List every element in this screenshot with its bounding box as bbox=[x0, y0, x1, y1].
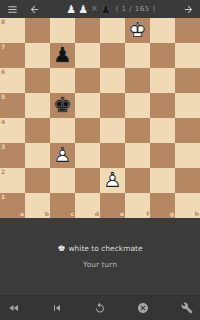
chess-board: 8♚♔7♟65♚43♟♙2♟♙1abcdefgh bbox=[0, 18, 200, 218]
square-c2[interactable] bbox=[50, 168, 75, 193]
white-pawn-icon: ♟ bbox=[66, 4, 76, 15]
square-d5[interactable] bbox=[75, 93, 100, 118]
square-e5[interactable] bbox=[100, 93, 125, 118]
file-label-d: d bbox=[95, 211, 99, 217]
square-a3[interactable]: 3 bbox=[0, 143, 25, 168]
wrench-icon bbox=[181, 302, 193, 314]
square-f7[interactable] bbox=[125, 43, 150, 68]
square-h8[interactable] bbox=[175, 18, 200, 43]
square-d7[interactable] bbox=[75, 43, 100, 68]
white-pawn[interactable]: ♟♙ bbox=[100, 168, 125, 193]
square-e1[interactable]: e bbox=[100, 193, 125, 218]
rank-label-7: 7 bbox=[1, 44, 5, 50]
square-h6[interactable] bbox=[175, 68, 200, 93]
square-c5[interactable]: ♚ bbox=[50, 93, 75, 118]
square-d6[interactable] bbox=[75, 68, 100, 93]
square-b2[interactable] bbox=[25, 168, 50, 193]
square-a1[interactable]: 1a bbox=[0, 193, 25, 218]
square-f3[interactable] bbox=[125, 143, 150, 168]
square-d4[interactable] bbox=[75, 118, 100, 143]
square-c8[interactable] bbox=[50, 18, 75, 43]
square-g2[interactable] bbox=[150, 168, 175, 193]
rank-label-8: 8 bbox=[1, 19, 5, 25]
square-f1[interactable]: f bbox=[125, 193, 150, 218]
black-king-glyph: ♚ bbox=[50, 93, 75, 118]
square-g6[interactable] bbox=[150, 68, 175, 93]
white-pawn-icon: ♟ bbox=[78, 4, 88, 15]
fast-rewind-button[interactable] bbox=[7, 302, 20, 315]
fast-rewind-icon bbox=[8, 302, 20, 314]
rank-label-1: 1 bbox=[1, 194, 5, 200]
rank-label-5: 5 bbox=[1, 94, 5, 100]
white-pawn-outline: ♙ bbox=[100, 168, 125, 193]
black-king[interactable]: ♚ bbox=[50, 93, 75, 118]
square-h3[interactable] bbox=[175, 143, 200, 168]
forward-button[interactable] bbox=[181, 2, 195, 16]
hamburger-menu-icon bbox=[7, 4, 18, 15]
square-g4[interactable] bbox=[150, 118, 175, 143]
square-d1[interactable]: d bbox=[75, 193, 100, 218]
file-label-e: e bbox=[120, 211, 124, 217]
square-c3[interactable]: ♟♙ bbox=[50, 143, 75, 168]
square-h2[interactable] bbox=[175, 168, 200, 193]
black-pawn[interactable]: ♟ bbox=[50, 43, 75, 68]
square-b8[interactable] bbox=[25, 18, 50, 43]
square-f6[interactable] bbox=[125, 68, 150, 93]
square-b1[interactable]: b bbox=[25, 193, 50, 218]
square-e6[interactable] bbox=[100, 68, 125, 93]
square-e2[interactable]: ♟♙ bbox=[100, 168, 125, 193]
file-label-h: h bbox=[195, 211, 199, 217]
square-d3[interactable] bbox=[75, 143, 100, 168]
white-king[interactable]: ♚♔ bbox=[125, 18, 150, 43]
arrow-left-icon bbox=[29, 4, 40, 15]
arrow-right-icon bbox=[183, 4, 194, 15]
square-d2[interactable] bbox=[75, 168, 100, 193]
square-g5[interactable] bbox=[150, 93, 175, 118]
white-pawn-outline: ♙ bbox=[50, 143, 75, 168]
square-g3[interactable] bbox=[150, 143, 175, 168]
square-g8[interactable] bbox=[150, 18, 175, 43]
square-a7[interactable]: 7 bbox=[0, 43, 25, 68]
menu-button[interactable] bbox=[5, 2, 19, 16]
square-h5[interactable] bbox=[175, 93, 200, 118]
square-b4[interactable] bbox=[25, 118, 50, 143]
square-h4[interactable] bbox=[175, 118, 200, 143]
restart-button[interactable] bbox=[94, 302, 107, 315]
file-label-g: g bbox=[170, 211, 174, 217]
close-button[interactable] bbox=[137, 302, 150, 315]
file-label-c: c bbox=[70, 211, 74, 217]
square-b3[interactable] bbox=[25, 143, 50, 168]
square-a8[interactable]: 8 bbox=[0, 18, 25, 43]
puzzle-indicator: ♟ ♟ × ♟ ( 1 / 165 ) bbox=[41, 4, 181, 15]
square-g7[interactable] bbox=[150, 43, 175, 68]
square-h1[interactable]: h bbox=[175, 193, 200, 218]
square-e8[interactable] bbox=[100, 18, 125, 43]
turn-indicator: Your turn bbox=[83, 260, 117, 269]
black-pawn-glyph: ♟ bbox=[50, 43, 75, 68]
skip-previous-button[interactable] bbox=[50, 302, 63, 315]
rank-label-3: 3 bbox=[1, 144, 5, 150]
file-label-f: f bbox=[146, 211, 149, 217]
square-c1[interactable]: c bbox=[50, 193, 75, 218]
objective-text: white to checkmate bbox=[68, 244, 142, 253]
white-king-icon: ♚ bbox=[57, 244, 65, 253]
rank-label-6: 6 bbox=[1, 69, 5, 75]
black-pawn-icon: ♟ bbox=[101, 4, 111, 15]
square-a4[interactable]: 4 bbox=[0, 118, 25, 143]
square-c6[interactable] bbox=[50, 68, 75, 93]
square-e3[interactable] bbox=[100, 143, 125, 168]
file-label-a: a bbox=[20, 211, 24, 217]
square-b6[interactable] bbox=[25, 68, 50, 93]
rank-label-4: 4 bbox=[1, 119, 5, 125]
square-b7[interactable] bbox=[25, 43, 50, 68]
rank-label-2: 2 bbox=[1, 169, 5, 175]
back-button[interactable] bbox=[27, 2, 41, 16]
square-h7[interactable] bbox=[175, 43, 200, 68]
square-a5[interactable]: 5 bbox=[0, 93, 25, 118]
skip-previous-icon bbox=[51, 302, 63, 314]
square-f8[interactable]: ♚♔ bbox=[125, 18, 150, 43]
square-g1[interactable]: g bbox=[150, 193, 175, 218]
square-d8[interactable] bbox=[75, 18, 100, 43]
multiply-icon: × bbox=[91, 5, 98, 13]
bottom-toolbar bbox=[0, 295, 200, 320]
file-label-b: b bbox=[45, 211, 49, 217]
square-a2[interactable]: 2 bbox=[0, 168, 25, 193]
square-a6[interactable]: 6 bbox=[0, 68, 25, 93]
restart-icon bbox=[94, 302, 106, 314]
square-b5[interactable] bbox=[25, 93, 50, 118]
status-area: ♚ white to checkmate Your turn bbox=[0, 218, 200, 295]
square-e4[interactable] bbox=[100, 118, 125, 143]
top-bar: ♟ ♟ × ♟ ( 1 / 165 ) bbox=[0, 0, 200, 18]
square-f5[interactable] bbox=[125, 93, 150, 118]
tools-button[interactable] bbox=[180, 302, 193, 315]
square-c7[interactable]: ♟ bbox=[50, 43, 75, 68]
white-pawn[interactable]: ♟♙ bbox=[50, 143, 75, 168]
square-f2[interactable] bbox=[125, 168, 150, 193]
puzzle-objective: ♚ white to checkmate bbox=[57, 244, 142, 253]
white-king-outline: ♔ bbox=[125, 18, 150, 43]
square-e7[interactable] bbox=[100, 43, 125, 68]
square-c4[interactable] bbox=[50, 118, 75, 143]
puzzle-counter: ( 1 / 165 ) bbox=[116, 5, 156, 13]
square-f4[interactable] bbox=[125, 118, 150, 143]
close-circle-icon bbox=[137, 302, 149, 314]
